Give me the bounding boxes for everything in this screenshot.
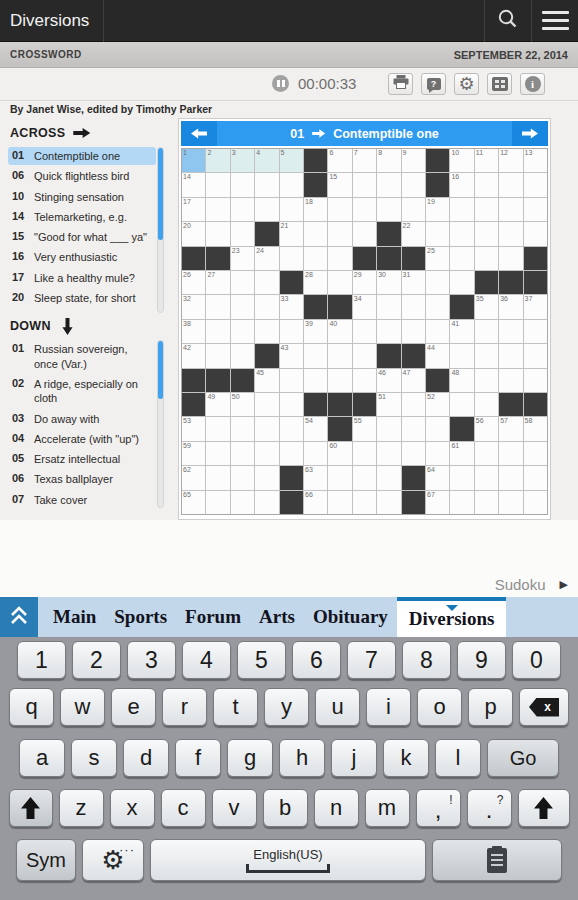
sym-key[interactable]: Sym: [16, 839, 76, 881]
grid-cell[interactable]: [499, 442, 522, 465]
key-n[interactable]: n: [314, 789, 359, 827]
grid-cell[interactable]: 47: [402, 369, 425, 392]
grid-cell[interactable]: 36: [499, 295, 522, 318]
grid-cell[interactable]: [524, 173, 547, 196]
grid-cell[interactable]: [353, 198, 376, 221]
clue-number: 14: [12, 210, 34, 224]
grid-cell[interactable]: [280, 369, 303, 392]
grid-cell[interactable]: [475, 491, 498, 514]
grid-cell[interactable]: [475, 222, 498, 245]
grid-cell[interactable]: 22: [402, 222, 425, 245]
grid-cell[interactable]: 28: [304, 271, 327, 294]
grid-cell[interactable]: [499, 320, 522, 343]
grid-cell[interactable]: [206, 491, 229, 514]
cell-number: 22: [403, 222, 411, 230]
grid-cell[interactable]: 45: [255, 369, 278, 392]
key-3[interactable]: 3: [127, 641, 176, 679]
grid-cell[interactable]: [426, 417, 449, 440]
grid-cell[interactable]: [377, 295, 400, 318]
grid-cell[interactable]: 15: [328, 173, 351, 196]
grid-cell[interactable]: 57: [499, 417, 522, 440]
grid-cell[interactable]: [304, 247, 327, 270]
grid-cell[interactable]: 58: [524, 417, 547, 440]
clue-item[interactable]: 01Russian sovereign, once (Var.): [8, 340, 156, 373]
shift-key-left[interactable]: [9, 789, 53, 827]
across-scrollbar-thumb[interactable]: [158, 148, 163, 240]
cell-number: 23: [232, 247, 240, 255]
grid-cell[interactable]: [450, 247, 473, 270]
key-c[interactable]: c: [161, 789, 206, 827]
grid-cell[interactable]: [328, 344, 351, 367]
key-h[interactable]: h: [279, 739, 325, 777]
grid-cell[interactable]: [231, 417, 254, 440]
grid-cell[interactable]: [402, 442, 425, 465]
prev-clue-button[interactable]: [181, 121, 217, 146]
tab-forum[interactable]: Forum: [176, 597, 250, 637]
grid-cell[interactable]: 59: [182, 442, 205, 465]
grid-cell[interactable]: 48: [450, 369, 473, 392]
clue-item[interactable]: 03Do away with: [8, 410, 156, 428]
grid-cell[interactable]: 26: [182, 271, 205, 294]
grid-cell[interactable]: 12: [499, 149, 522, 172]
key-l[interactable]: l: [435, 739, 481, 777]
grid-cell[interactable]: [402, 198, 425, 221]
grid-cell[interactable]: 39: [304, 320, 327, 343]
grid-cell[interactable]: 40: [328, 320, 351, 343]
grid-cell[interactable]: [255, 320, 278, 343]
grid-cell[interactable]: 43: [280, 344, 303, 367]
grid-cell[interactable]: [377, 320, 400, 343]
key-o[interactable]: o: [417, 688, 462, 726]
grid-cell[interactable]: [206, 417, 229, 440]
grid-cell[interactable]: [450, 393, 473, 416]
grid-cell[interactable]: [255, 491, 278, 514]
down-scrollbar[interactable]: [157, 340, 164, 508]
grid-cell[interactable]: 63: [304, 466, 327, 489]
grid-cell[interactable]: [304, 222, 327, 245]
grid-cell[interactable]: [206, 344, 229, 367]
grid-cell[interactable]: [255, 466, 278, 489]
grid-cell[interactable]: [377, 173, 400, 196]
grid-cell[interactable]: 32: [182, 295, 205, 318]
grid-cell[interactable]: 24: [255, 247, 278, 270]
current-clue[interactable]: 01 Contemptible one: [217, 121, 512, 146]
grid-cell[interactable]: [231, 344, 254, 367]
black-cell: [182, 369, 205, 392]
grid-cell[interactable]: [206, 173, 229, 196]
grid-cell[interactable]: 14: [182, 173, 205, 196]
grid-cell[interactable]: [280, 247, 303, 270]
grid-cell[interactable]: [426, 442, 449, 465]
grid-cell[interactable]: [377, 198, 400, 221]
grid-cell[interactable]: [377, 491, 400, 514]
grid-cell[interactable]: [328, 491, 351, 514]
grid-cell[interactable]: [328, 271, 351, 294]
grid-cell[interactable]: [206, 320, 229, 343]
clue-item[interactable]: 20Sleep state, for short: [8, 289, 156, 307]
key-z[interactable]: z: [59, 789, 104, 827]
grid-cell[interactable]: [475, 369, 498, 392]
grid-cell[interactable]: [231, 198, 254, 221]
grid-cell[interactable]: [328, 466, 351, 489]
clue-number: 05: [12, 452, 34, 466]
grid-cell[interactable]: [524, 369, 547, 392]
key-f[interactable]: f: [175, 739, 221, 777]
key-e[interactable]: e: [111, 688, 156, 726]
grid-cell[interactable]: [353, 491, 376, 514]
grid-cell[interactable]: 62: [182, 466, 205, 489]
grid-cell[interactable]: [304, 344, 327, 367]
grid-cell[interactable]: [231, 466, 254, 489]
cell-number: 8: [378, 149, 382, 157]
cell-number: 19: [427, 198, 435, 206]
grid-cell[interactable]: [524, 442, 547, 465]
key-1[interactable]: 1: [17, 641, 66, 679]
clue-text: "Good for what ___ ya": [34, 230, 147, 244]
cell-number: 57: [500, 417, 508, 425]
tab-obituary[interactable]: Obituary: [304, 597, 397, 637]
grid-cell[interactable]: [475, 442, 498, 465]
grid-cell[interactable]: [231, 222, 254, 245]
settings-button[interactable]: ⚙: [454, 73, 479, 95]
grid-cell[interactable]: 11: [475, 149, 498, 172]
tab-main[interactable]: Main: [44, 597, 105, 637]
key-2[interactable]: 2: [72, 641, 121, 679]
grid-cell[interactable]: [353, 222, 376, 245]
grid-cell[interactable]: [255, 417, 278, 440]
grid-cell[interactable]: [450, 466, 473, 489]
search-button[interactable]: [485, 0, 531, 42]
grid-cell[interactable]: 2: [206, 149, 229, 172]
grid-cell[interactable]: [475, 466, 498, 489]
key-m[interactable]: m: [365, 789, 410, 827]
clipboard-key[interactable]: [432, 839, 562, 881]
clue-item[interactable]: 02A ridge, especially on cloth: [8, 375, 156, 408]
black-cell: [255, 344, 278, 367]
grid-cell[interactable]: [377, 466, 400, 489]
across-scrollbar[interactable]: [157, 147, 164, 313]
grid-cell[interactable]: 41: [450, 320, 473, 343]
cell-number: 38: [183, 320, 191, 328]
key-i[interactable]: i: [366, 688, 411, 726]
key-g[interactable]: g: [227, 739, 273, 777]
grid-cell[interactable]: 35: [475, 295, 498, 318]
grid-cell[interactable]: 4: [255, 149, 278, 172]
grid-cell[interactable]: 54: [304, 417, 327, 440]
grid-cell[interactable]: 66: [304, 491, 327, 514]
cell-number: 37: [525, 295, 533, 303]
grid-cell[interactable]: 18: [304, 198, 327, 221]
key-8[interactable]: 8: [402, 641, 451, 679]
grid-cell[interactable]: [426, 295, 449, 318]
grid-cell[interactable]: 13: [524, 149, 547, 172]
grid-cell[interactable]: 60: [328, 442, 351, 465]
grid-cell[interactable]: [353, 442, 376, 465]
key-q[interactable]: q: [9, 688, 54, 726]
grid-cell[interactable]: [255, 198, 278, 221]
key-d[interactable]: d: [123, 739, 169, 777]
grid-cell[interactable]: 67: [426, 491, 449, 514]
key-9[interactable]: 9: [457, 641, 506, 679]
grid-cell[interactable]: [206, 295, 229, 318]
site-tab-bar: MainSportsForumArtsObituaryDiversions: [0, 597, 578, 637]
grid-cell[interactable]: [475, 198, 498, 221]
key-k[interactable]: k: [383, 739, 429, 777]
grid-cell[interactable]: [499, 466, 522, 489]
cell-number: 50: [232, 393, 240, 401]
grid-cell[interactable]: [426, 320, 449, 343]
clue-item[interactable]: 07Take cover: [8, 491, 156, 509]
key-6[interactable]: 6: [292, 641, 341, 679]
grid-cell[interactable]: [524, 222, 547, 245]
grid-cell[interactable]: [280, 417, 303, 440]
grid-cell[interactable]: [328, 247, 351, 270]
key-s[interactable]: s: [71, 739, 117, 777]
grid-cell[interactable]: [524, 344, 547, 367]
key-u[interactable]: u: [315, 688, 360, 726]
space-key[interactable]: English(US): [150, 839, 426, 881]
shift-key-right[interactable]: [518, 789, 570, 827]
grid-cell[interactable]: [377, 417, 400, 440]
clue-item[interactable]: 05Ersatz intellectual: [8, 450, 156, 468]
grid-cell[interactable]: [255, 271, 278, 294]
grid-cell[interactable]: 3: [231, 149, 254, 172]
grid-cell[interactable]: 25: [426, 247, 449, 270]
grid-cell[interactable]: 37: [524, 295, 547, 318]
grid-cell[interactable]: [402, 393, 425, 416]
grid-cell[interactable]: 49: [206, 393, 229, 416]
grid-cell[interactable]: [353, 173, 376, 196]
clue-item[interactable]: 01Contemptible one: [8, 147, 156, 165]
grid-cell[interactable]: 16: [450, 173, 473, 196]
clue-item[interactable]: 04Accelerate (with "up"): [8, 430, 156, 448]
grid-cell[interactable]: 31: [402, 271, 425, 294]
grid-cell[interactable]: 21: [280, 222, 303, 245]
pause-icon[interactable]: [272, 75, 289, 92]
key-punct[interactable]: .?: [467, 789, 512, 827]
grid-cell[interactable]: [499, 222, 522, 245]
cell-number: 35: [476, 295, 484, 303]
black-cell: [402, 344, 425, 367]
grid-cell[interactable]: [280, 173, 303, 196]
grid-cell[interactable]: [353, 466, 376, 489]
grid-cell[interactable]: [231, 491, 254, 514]
grid-cell[interactable]: 27: [206, 271, 229, 294]
clue-item[interactable]: 14Telemarketing, e.g.: [8, 208, 156, 226]
grid-cell[interactable]: 6: [328, 149, 351, 172]
grid-cell[interactable]: 42: [182, 344, 205, 367]
grid-cell[interactable]: [524, 491, 547, 514]
grid-cell[interactable]: 46: [377, 369, 400, 392]
grid-cell[interactable]: [328, 222, 351, 245]
grid-cell[interactable]: [450, 198, 473, 221]
grid-cell[interactable]: [475, 320, 498, 343]
keyboard-settings-key[interactable]: ⚙···: [82, 839, 144, 881]
grid-cell[interactable]: [499, 369, 522, 392]
grid-cell[interactable]: [475, 247, 498, 270]
grid-cell[interactable]: 65: [182, 491, 205, 514]
grid-cell[interactable]: 20: [182, 222, 205, 245]
clue-item[interactable]: 06Quick flightless bird: [8, 167, 156, 185]
grid-cell[interactable]: 10: [450, 149, 473, 172]
grid-cell[interactable]: [280, 442, 303, 465]
grid-cell[interactable]: 30: [377, 271, 400, 294]
grid-cell[interactable]: [231, 271, 254, 294]
grid-cell[interactable]: [402, 295, 425, 318]
grid-cell[interactable]: [304, 369, 327, 392]
grid-cell[interactable]: 55: [353, 417, 376, 440]
grid-cell[interactable]: [402, 417, 425, 440]
key-r[interactable]: r: [162, 688, 207, 726]
grid-cell[interactable]: 23: [231, 247, 254, 270]
grid-cell[interactable]: 64: [426, 466, 449, 489]
grid-cell[interactable]: [231, 320, 254, 343]
grid-cell[interactable]: [450, 222, 473, 245]
grid-cell[interactable]: [353, 369, 376, 392]
grid-cell[interactable]: [255, 295, 278, 318]
grid-cell[interactable]: [475, 393, 498, 416]
grid-cell[interactable]: [377, 442, 400, 465]
info-button[interactable]: i: [520, 73, 545, 95]
grid-cell[interactable]: [280, 393, 303, 416]
grid-cell[interactable]: 8: [377, 149, 400, 172]
menu-button[interactable]: [532, 0, 578, 42]
cell-number: 30: [378, 271, 386, 279]
grid-cell[interactable]: [206, 442, 229, 465]
grid-cell[interactable]: 33: [280, 295, 303, 318]
grid-cell[interactable]: [255, 173, 278, 196]
tab-arts[interactable]: Arts: [250, 597, 304, 637]
key-punct[interactable]: ,!: [416, 789, 461, 827]
grid-cell[interactable]: 19: [426, 198, 449, 221]
grid-cell[interactable]: [206, 222, 229, 245]
grid-cell[interactable]: [231, 295, 254, 318]
grid-cell[interactable]: [328, 198, 351, 221]
clue-item[interactable]: 16Very enthusiastic: [8, 248, 156, 266]
key-p[interactable]: p: [468, 688, 513, 726]
cell-number: 43: [281, 344, 289, 352]
grid-cell[interactable]: [231, 173, 254, 196]
grid-cell[interactable]: [499, 491, 522, 514]
grid-cell[interactable]: 51: [377, 393, 400, 416]
grid-cell[interactable]: [475, 344, 498, 367]
crossword-grid[interactable]: 1234567891011121314151617181920212223242…: [181, 148, 548, 515]
tab-diversions[interactable]: Diversions: [397, 597, 507, 637]
grid-cell[interactable]: 5: [280, 149, 303, 172]
grid-cell[interactable]: 34: [353, 295, 376, 318]
grid-cell[interactable]: 38: [182, 320, 205, 343]
cell-number: 3: [232, 149, 236, 157]
grid-cell[interactable]: [450, 344, 473, 367]
black-cell: [280, 466, 303, 489]
cell-number: 60: [329, 442, 337, 450]
grid-cell[interactable]: 53: [182, 417, 205, 440]
key-a[interactable]: a: [19, 739, 65, 777]
key-v[interactable]: v: [212, 789, 257, 827]
down-scrollbar-thumb[interactable]: [158, 341, 163, 399]
clue-item[interactable]: 10Stinging sensation: [8, 188, 156, 206]
grid-cell[interactable]: [450, 491, 473, 514]
print-button[interactable]: [388, 73, 413, 95]
help-button[interactable]: ?: [421, 73, 446, 95]
grid-cell[interactable]: [304, 442, 327, 465]
grid-cell[interactable]: [402, 320, 425, 343]
grid-cell[interactable]: [524, 320, 547, 343]
grid-cell[interactable]: 50: [231, 393, 254, 416]
grid-cell[interactable]: [499, 247, 522, 270]
grid-cell[interactable]: [524, 198, 547, 221]
grid-cell[interactable]: [524, 466, 547, 489]
grid-cell[interactable]: [206, 466, 229, 489]
backspace-key[interactable]: x: [519, 688, 569, 726]
grid-cell[interactable]: [353, 344, 376, 367]
grid-cell[interactable]: [426, 271, 449, 294]
key-j[interactable]: j: [331, 739, 377, 777]
grid-cell[interactable]: [255, 393, 278, 416]
key-5[interactable]: 5: [237, 641, 286, 679]
cell-number: 53: [183, 417, 191, 425]
clue-item[interactable]: 17Like a healthy mule?: [8, 269, 156, 287]
grid-cell[interactable]: 9: [402, 149, 425, 172]
cell-number: 49: [207, 393, 215, 401]
grid-cell[interactable]: [206, 198, 229, 221]
key-4[interactable]: 4: [182, 641, 231, 679]
grid-cell[interactable]: [426, 222, 449, 245]
grid-cell[interactable]: [475, 173, 498, 196]
grid-cell[interactable]: [280, 198, 303, 221]
clue-text: Russian sovereign, once (Var.): [34, 342, 152, 371]
key-t[interactable]: t: [213, 688, 258, 726]
next-clue-button[interactable]: [512, 121, 548, 146]
grid-cell[interactable]: 56: [475, 417, 498, 440]
grid-cell[interactable]: 1: [182, 149, 205, 172]
key-b[interactable]: b: [263, 789, 308, 827]
grid-cell[interactable]: 29: [353, 271, 376, 294]
key-y[interactable]: y: [264, 688, 309, 726]
grid-cell[interactable]: 44: [426, 344, 449, 367]
grid-cell[interactable]: 17: [182, 198, 205, 221]
key-7[interactable]: 7: [347, 641, 396, 679]
grid-cell[interactable]: [499, 173, 522, 196]
collapse-button[interactable]: [0, 597, 38, 637]
grid-view-button[interactable]: [487, 73, 512, 95]
grid-cell[interactable]: [499, 198, 522, 221]
black-cell: [377, 222, 400, 245]
clue-item[interactable]: 06Texas ballplayer: [8, 470, 156, 488]
clue-number: 03: [12, 412, 34, 426]
tab-sports[interactable]: Sports: [105, 597, 176, 637]
grid-cell[interactable]: [499, 344, 522, 367]
grid-cell[interactable]: [255, 442, 278, 465]
grid-cell[interactable]: 61: [450, 442, 473, 465]
go-key[interactable]: Go: [487, 739, 559, 777]
grid-cell[interactable]: [231, 442, 254, 465]
grid-cell[interactable]: [280, 320, 303, 343]
clue-text: Very enthusiastic: [34, 250, 117, 264]
grid-cell[interactable]: [353, 320, 376, 343]
grid-cell[interactable]: [450, 271, 473, 294]
sudoku-link[interactable]: Sudoku ▶: [495, 576, 568, 593]
grid-cell[interactable]: 7: [353, 149, 376, 172]
key-x[interactable]: x: [110, 789, 155, 827]
key-0[interactable]: 0: [512, 641, 561, 679]
grid-cell[interactable]: [328, 369, 351, 392]
grid-cell[interactable]: 52: [426, 393, 449, 416]
key-w[interactable]: w: [60, 688, 105, 726]
backspace-icon: x: [529, 698, 559, 717]
grid-cell[interactable]: [402, 173, 425, 196]
clue-item[interactable]: 15"Good for what ___ ya": [8, 228, 156, 246]
